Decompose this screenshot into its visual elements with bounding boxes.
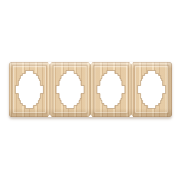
frame-opening <box>138 71 166 109</box>
frame-opening <box>15 71 43 109</box>
divider-notch <box>47 114 52 117</box>
switch-frame-detail <box>9 62 172 117</box>
divider-notch <box>47 62 52 65</box>
switch-frame <box>9 62 172 117</box>
frame-opening <box>97 71 125 109</box>
divider-notch <box>88 62 93 65</box>
divider-notch <box>88 114 93 117</box>
divider-notch <box>129 62 134 65</box>
frame-module <box>134 65 168 114</box>
frame-module <box>94 65 128 114</box>
frame-module <box>12 65 46 114</box>
frame-opening <box>56 71 84 109</box>
divider-notch <box>129 114 134 117</box>
product-photo <box>0 0 180 180</box>
frame-module <box>53 65 87 114</box>
